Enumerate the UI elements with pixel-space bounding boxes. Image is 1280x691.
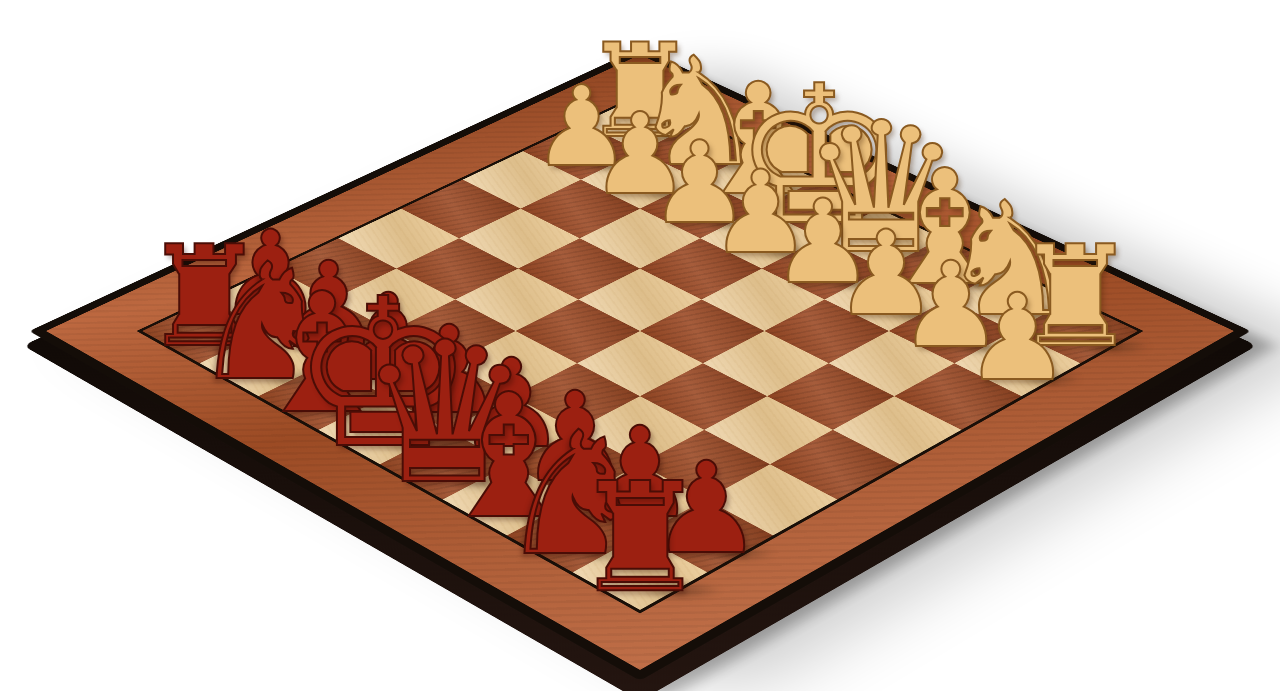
chess-set-photo-scene: ♜♞♝♛♚♝♞♜♟♟♟♟♟♟♟♟♟♟♟♟♟♟♟♟♜♞♝♛♚♝♞♜: [0, 0, 1280, 691]
chess-board: [29, 48, 1251, 681]
board-frame: [29, 48, 1251, 681]
board-grid: [137, 93, 1144, 613]
